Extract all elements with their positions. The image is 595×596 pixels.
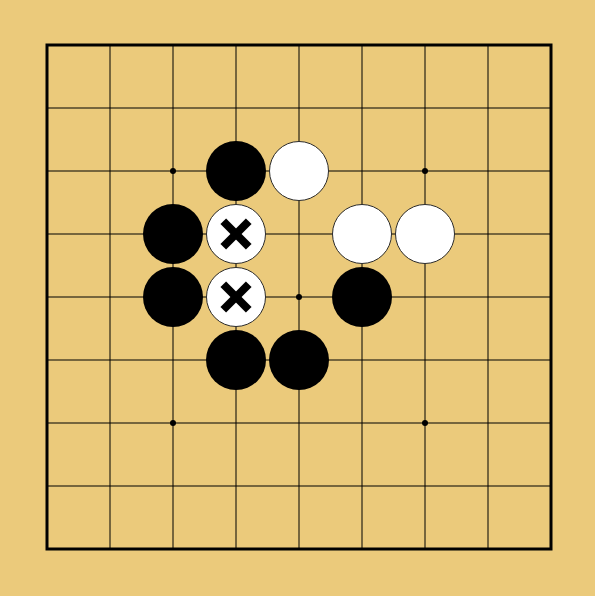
star-point bbox=[296, 294, 302, 300]
go-diagram bbox=[0, 0, 595, 596]
stone-white-E7 bbox=[269, 141, 329, 201]
stone-black-C5 bbox=[143, 267, 203, 327]
star-point bbox=[170, 420, 176, 426]
x-mark-icon bbox=[207, 205, 265, 263]
stone-white-D5-x-marked bbox=[206, 267, 266, 327]
go-board[interactable] bbox=[0, 0, 595, 596]
stone-black-C6 bbox=[143, 204, 203, 264]
stone-black-F5 bbox=[332, 267, 392, 327]
board-grid bbox=[0, 0, 595, 596]
star-point bbox=[422, 168, 428, 174]
stone-white-G6 bbox=[395, 204, 455, 264]
stone-black-D4 bbox=[206, 330, 266, 390]
stone-white-F6 bbox=[332, 204, 392, 264]
star-point bbox=[170, 168, 176, 174]
stone-black-D7 bbox=[206, 141, 266, 201]
star-point bbox=[422, 420, 428, 426]
stone-white-D6-x-marked bbox=[206, 204, 266, 264]
x-mark-icon bbox=[207, 268, 265, 326]
stone-black-E4 bbox=[269, 330, 329, 390]
